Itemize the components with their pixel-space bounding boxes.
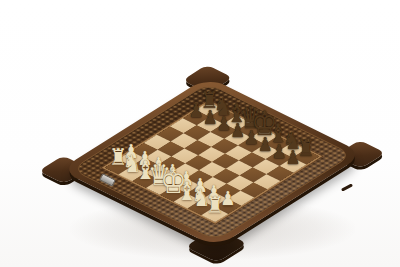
hinge-seam bbox=[341, 183, 353, 191]
product-photo-scene: ♜♞♝♛♚♝♞♜♟♟♟♟♟♟♟♟♟♟♟♟♟♟♟♟♜♞♝♛♚♝♞♜ bbox=[0, 0, 400, 267]
